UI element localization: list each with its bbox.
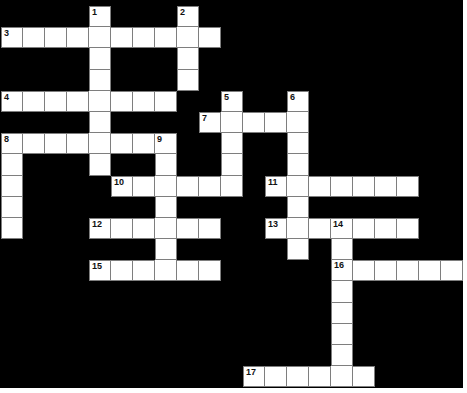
cell-r1c6[interactable] [133, 27, 155, 48]
block-r3c12 [265, 70, 287, 91]
cell-r7c4[interactable] [89, 154, 111, 175]
block-r14c3 [67, 303, 89, 324]
block-r0c10 [221, 6, 243, 27]
block-r14c19 [419, 303, 441, 324]
block-r7c18 [397, 154, 419, 175]
clue-number-12: 12 [92, 219, 102, 230]
cell-r10c8[interactable] [177, 218, 199, 239]
cell-r7c10[interactable] [221, 154, 243, 175]
block-r2c16 [353, 48, 375, 69]
block-r8c1 [23, 176, 45, 197]
block-r13c5 [111, 281, 133, 302]
cell-r0c4[interactable]: 1 [89, 6, 111, 27]
block-r17c3 [67, 366, 89, 387]
cell-r12c4[interactable]: 15 [89, 260, 111, 281]
block-r12c3 [67, 260, 89, 281]
block-r17c2 [45, 366, 67, 387]
block-r7c16 [353, 154, 375, 175]
block-r2c3 [67, 48, 89, 69]
block-r10c10 [221, 218, 243, 239]
block-r16c13 [287, 345, 309, 366]
block-r2c17 [375, 48, 397, 69]
block-r3c3 [67, 70, 89, 91]
block-r16c5 [111, 345, 133, 366]
crossword-grid: 1234567891011121314151617 [1, 6, 463, 387]
clue-number-8: 8 [4, 134, 9, 145]
cell-r10c4[interactable]: 12 [89, 218, 111, 239]
block-r9c8 [177, 197, 199, 218]
block-r11c5 [111, 239, 133, 260]
block-r15c17 [375, 324, 397, 345]
cell-r17c15[interactable] [331, 366, 353, 387]
block-r15c6 [133, 324, 155, 345]
cell-r6c5[interactable] [111, 133, 133, 154]
clue-number-7: 7 [202, 113, 207, 124]
block-r1c10 [221, 27, 243, 48]
block-r0c17 [375, 6, 397, 27]
block-r4c15 [331, 91, 353, 112]
block-r4c16 [353, 91, 375, 112]
block-r13c4 [89, 281, 111, 302]
block-r9c19 [419, 197, 441, 218]
cell-r10c16[interactable] [353, 218, 375, 239]
block-r2c0 [1, 48, 23, 69]
cell-r10c12[interactable]: 13 [265, 218, 287, 239]
cell-r9c13[interactable] [287, 197, 309, 218]
block-r2c9 [199, 48, 221, 69]
cell-r10c17[interactable] [375, 218, 397, 239]
cell-r1c0[interactable]: 3 [1, 27, 23, 48]
cell-r8c14[interactable] [309, 176, 331, 197]
block-r2c20 [441, 48, 463, 69]
block-r14c17 [375, 303, 397, 324]
cell-r8c13[interactable] [287, 176, 309, 197]
cell-r16c15[interactable] [331, 345, 353, 366]
block-r9c6 [133, 197, 155, 218]
cell-r6c13[interactable] [287, 133, 309, 154]
cell-r17c12[interactable] [265, 366, 287, 387]
cell-r3c8[interactable] [177, 70, 199, 91]
cell-r10c13[interactable] [287, 218, 309, 239]
block-r4c19 [419, 91, 441, 112]
block-r13c16 [353, 281, 375, 302]
block-r6c11 [243, 133, 265, 154]
cell-r12c15[interactable]: 16 [331, 260, 353, 281]
block-r11c8 [177, 239, 199, 260]
block-r11c14 [309, 239, 331, 260]
cell-r12c18[interactable] [397, 260, 419, 281]
block-r3c1 [23, 70, 45, 91]
block-r9c5 [111, 197, 133, 218]
block-r13c19 [419, 281, 441, 302]
block-r2c11 [243, 48, 265, 69]
block-r10c1 [23, 218, 45, 239]
cell-r9c7[interactable] [155, 197, 177, 218]
cell-r4c10[interactable]: 5 [221, 91, 243, 112]
block-r13c14 [309, 281, 331, 302]
block-r17c8 [177, 366, 199, 387]
block-r9c14 [309, 197, 331, 218]
cell-r12c9[interactable] [199, 260, 221, 281]
block-r11c10 [221, 239, 243, 260]
cell-r10c6[interactable] [133, 218, 155, 239]
cell-r12c6[interactable] [133, 260, 155, 281]
cell-r8c17[interactable] [375, 176, 397, 197]
cell-r10c0[interactable] [1, 218, 23, 239]
block-r13c8 [177, 281, 199, 302]
cell-r4c4[interactable] [89, 91, 111, 112]
block-r6c20 [441, 133, 463, 154]
block-r6c14 [309, 133, 331, 154]
cell-r10c7[interactable] [155, 218, 177, 239]
block-r14c10 [221, 303, 243, 324]
cell-r7c0[interactable] [1, 154, 23, 175]
block-r14c7 [155, 303, 177, 324]
cell-r5c12[interactable] [265, 112, 287, 133]
block-r13c18 [397, 281, 419, 302]
block-r12c1 [23, 260, 45, 281]
cell-r6c3[interactable] [67, 133, 89, 154]
block-r10c2 [45, 218, 67, 239]
cell-r8c15[interactable] [331, 176, 353, 197]
block-r9c20 [441, 197, 463, 218]
block-r3c9 [199, 70, 221, 91]
cell-r5c13[interactable] [287, 112, 309, 133]
block-r7c11 [243, 154, 265, 175]
cell-r8c0[interactable] [1, 176, 23, 197]
puzzle-board: 1234567891011121314151617 [0, 0, 463, 388]
cell-r14c15[interactable] [331, 303, 353, 324]
cell-r7c7[interactable] [155, 154, 177, 175]
cell-r1c1[interactable] [23, 27, 45, 48]
cell-r1c7[interactable] [155, 27, 177, 48]
block-r16c1 [23, 345, 45, 366]
cell-r8c12[interactable]: 11 [265, 176, 287, 197]
block-r4c17 [375, 91, 397, 112]
block-r14c2 [45, 303, 67, 324]
block-r16c19 [419, 345, 441, 366]
block-r14c6 [133, 303, 155, 324]
clue-number-5: 5 [224, 92, 229, 103]
block-r2c10 [221, 48, 243, 69]
block-r16c7 [155, 345, 177, 366]
block-r15c4 [89, 324, 111, 345]
block-r16c17 [375, 345, 397, 366]
cell-r17c13[interactable] [287, 366, 309, 387]
cell-r4c2[interactable] [45, 91, 67, 112]
crossword-puzzle-image: 1234567891011121314151617 [0, 0, 467, 393]
cell-r8c10[interactable] [221, 176, 243, 197]
block-r17c6 [133, 366, 155, 387]
block-r0c16 [353, 6, 375, 27]
block-r6c19 [419, 133, 441, 154]
block-r8c2 [45, 176, 67, 197]
cell-r1c2[interactable] [45, 27, 67, 48]
block-r4c20 [441, 91, 463, 112]
block-r16c11 [243, 345, 265, 366]
block-r7c12 [265, 154, 287, 175]
block-r8c20 [441, 176, 463, 197]
block-r15c19 [419, 324, 441, 345]
block-r15c3 [67, 324, 89, 345]
cell-r5c10[interactable] [221, 112, 243, 133]
cell-r2c8[interactable] [177, 48, 199, 69]
cell-r1c5[interactable] [111, 27, 133, 48]
cell-r12c8[interactable] [177, 260, 199, 281]
cell-r12c5[interactable] [111, 260, 133, 281]
clue-number-11: 11 [268, 177, 278, 188]
cell-r5c4[interactable] [89, 112, 111, 133]
block-r16c4 [89, 345, 111, 366]
cell-r4c1[interactable] [23, 91, 45, 112]
cell-r3c4[interactable] [89, 70, 111, 91]
block-r11c17 [375, 239, 397, 260]
clue-number-1: 1 [92, 7, 97, 18]
cell-r10c5[interactable] [111, 218, 133, 239]
block-r4c8 [177, 91, 199, 112]
block-r10c19 [419, 218, 441, 239]
block-r16c12 [265, 345, 287, 366]
block-r7c6 [133, 154, 155, 175]
block-r3c18 [397, 70, 419, 91]
cell-r6c10[interactable] [221, 133, 243, 154]
block-r13c1 [23, 281, 45, 302]
block-r0c2 [45, 6, 67, 27]
cell-r4c13[interactable]: 6 [287, 91, 309, 112]
block-r16c18 [397, 345, 419, 366]
block-r17c9 [199, 366, 221, 387]
block-r15c11 [243, 324, 265, 345]
block-r1c17 [375, 27, 397, 48]
cell-r8c18[interactable] [397, 176, 419, 197]
cell-r12c20[interactable] [441, 260, 463, 281]
block-r9c18 [397, 197, 419, 218]
block-r13c9 [199, 281, 221, 302]
block-r14c9 [199, 303, 221, 324]
block-r5c1 [23, 112, 45, 133]
block-r5c17 [375, 112, 397, 133]
cell-r1c4[interactable] [89, 27, 111, 48]
cell-r11c13[interactable] [287, 239, 309, 260]
block-r11c11 [243, 239, 265, 260]
block-r13c12 [265, 281, 287, 302]
block-r3c10 [221, 70, 243, 91]
block-r15c5 [111, 324, 133, 345]
block-r7c9 [199, 154, 221, 175]
clue-number-17: 17 [246, 367, 256, 378]
block-r16c20 [441, 345, 463, 366]
cell-r1c3[interactable] [67, 27, 89, 48]
block-r3c11 [243, 70, 265, 91]
block-r2c14 [309, 48, 331, 69]
block-r6c9 [199, 133, 221, 154]
block-r5c16 [353, 112, 375, 133]
cell-r4c3[interactable] [67, 91, 89, 112]
cell-r12c17[interactable] [375, 260, 397, 281]
block-r4c18 [397, 91, 419, 112]
block-r7c5 [111, 154, 133, 175]
cell-r6c2[interactable] [45, 133, 67, 154]
block-r15c20 [441, 324, 463, 345]
cell-r7c13[interactable] [287, 154, 309, 175]
block-r7c1 [23, 154, 45, 175]
cell-r11c15[interactable] [331, 239, 353, 260]
block-r13c17 [375, 281, 397, 302]
block-r0c11 [243, 6, 265, 27]
block-r15c14 [309, 324, 331, 345]
block-r5c0 [1, 112, 23, 133]
block-r2c2 [45, 48, 67, 69]
cell-r8c8[interactable] [177, 176, 199, 197]
cell-r6c4[interactable] [89, 133, 111, 154]
block-r0c9 [199, 6, 221, 27]
block-r0c5 [111, 6, 133, 27]
block-r16c8 [177, 345, 199, 366]
block-r11c20 [441, 239, 463, 260]
block-r11c2 [45, 239, 67, 260]
block-r6c17 [375, 133, 397, 154]
block-r17c5 [111, 366, 133, 387]
block-r12c14 [309, 260, 331, 281]
block-r11c18 [397, 239, 419, 260]
block-r14c12 [265, 303, 287, 324]
block-r5c14 [309, 112, 331, 133]
block-r14c8 [177, 303, 199, 324]
cell-r10c15[interactable]: 14 [331, 218, 353, 239]
block-r2c19 [419, 48, 441, 69]
cell-r8c5[interactable]: 10 [111, 176, 133, 197]
block-r14c5 [111, 303, 133, 324]
cell-r9c0[interactable] [1, 197, 23, 218]
block-r0c1 [23, 6, 45, 27]
block-r11c4 [89, 239, 111, 260]
cell-r4c5[interactable] [111, 91, 133, 112]
block-r5c20 [441, 112, 463, 133]
block-r17c4 [89, 366, 111, 387]
block-r0c19 [419, 6, 441, 27]
cell-r8c6[interactable] [133, 176, 155, 197]
block-r2c7 [155, 48, 177, 69]
block-r5c19 [419, 112, 441, 133]
cell-r4c7[interactable] [155, 91, 177, 112]
block-r9c4 [89, 197, 111, 218]
block-r8c4 [89, 176, 111, 197]
cell-r2c4[interactable] [89, 48, 111, 69]
cell-r12c7[interactable] [155, 260, 177, 281]
block-r7c19 [419, 154, 441, 175]
cell-r6c6[interactable] [133, 133, 155, 154]
block-r15c10 [221, 324, 243, 345]
block-r14c18 [397, 303, 419, 324]
block-r15c1 [23, 324, 45, 345]
block-r5c6 [133, 112, 155, 133]
block-r6c18 [397, 133, 419, 154]
block-r6c8 [177, 133, 199, 154]
block-r6c12 [265, 133, 287, 154]
block-r3c2 [45, 70, 67, 91]
cell-r13c15[interactable] [331, 281, 353, 302]
block-r4c11 [243, 91, 265, 112]
block-r9c3 [67, 197, 89, 218]
cell-r5c11[interactable] [243, 112, 265, 133]
block-r4c14 [309, 91, 331, 112]
cell-r6c1[interactable] [23, 133, 45, 154]
block-r16c2 [45, 345, 67, 366]
cell-r10c18[interactable] [397, 218, 419, 239]
block-r2c15 [331, 48, 353, 69]
cell-r8c16[interactable] [353, 176, 375, 197]
cell-r0c8[interactable]: 2 [177, 6, 199, 27]
block-r3c19 [419, 70, 441, 91]
block-r9c9 [199, 197, 221, 218]
block-r17c20 [441, 366, 463, 387]
cell-r15c15[interactable] [331, 324, 353, 345]
block-r9c16 [353, 197, 375, 218]
block-r17c18 [397, 366, 419, 387]
cell-r17c11[interactable]: 17 [243, 366, 265, 387]
block-r2c6 [133, 48, 155, 69]
cell-r1c9[interactable] [199, 27, 221, 48]
block-r0c6 [133, 6, 155, 27]
block-r2c1 [23, 48, 45, 69]
cell-r10c14[interactable] [309, 218, 331, 239]
cell-r6c0[interactable]: 8 [1, 133, 23, 154]
clue-number-6: 6 [290, 92, 295, 103]
block-r14c11 [243, 303, 265, 324]
block-r12c10 [221, 260, 243, 281]
block-r12c0 [1, 260, 23, 281]
cell-r12c19[interactable] [419, 260, 441, 281]
cell-r10c9[interactable] [199, 218, 221, 239]
cell-r8c9[interactable] [199, 176, 221, 197]
block-r8c19 [419, 176, 441, 197]
block-r1c11 [243, 27, 265, 48]
cell-r17c14[interactable] [309, 366, 331, 387]
block-r0c13 [287, 6, 309, 27]
block-r13c13 [287, 281, 309, 302]
block-r13c3 [67, 281, 89, 302]
cell-r8c7[interactable] [155, 176, 177, 197]
block-r11c0 [1, 239, 23, 260]
block-r15c8 [177, 324, 199, 345]
block-r14c0 [1, 303, 23, 324]
cell-r6c7[interactable]: 9 [155, 133, 177, 154]
cell-r4c6[interactable] [133, 91, 155, 112]
cell-r5c9[interactable]: 7 [199, 112, 221, 133]
cell-r4c0[interactable]: 4 [1, 91, 23, 112]
block-r2c5 [111, 48, 133, 69]
block-r3c20 [441, 70, 463, 91]
block-r1c13 [287, 27, 309, 48]
cell-r12c16[interactable] [353, 260, 375, 281]
block-r3c5 [111, 70, 133, 91]
block-r9c10 [221, 197, 243, 218]
block-r17c19 [419, 366, 441, 387]
block-r1c19 [419, 27, 441, 48]
block-r5c15 [331, 112, 353, 133]
block-r9c12 [265, 197, 287, 218]
block-r15c9 [199, 324, 221, 345]
cell-r1c8[interactable] [177, 27, 199, 48]
block-r3c14 [309, 70, 331, 91]
cell-r11c7[interactable] [155, 239, 177, 260]
block-r3c0 [1, 70, 23, 91]
block-r1c16 [353, 27, 375, 48]
block-r12c2 [45, 260, 67, 281]
block-r16c0 [1, 345, 23, 366]
cell-r17c16[interactable] [353, 366, 375, 387]
block-r16c14 [309, 345, 331, 366]
